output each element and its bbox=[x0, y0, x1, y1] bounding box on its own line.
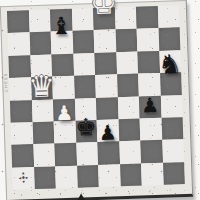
square-h8[interactable] bbox=[157, 5, 179, 28]
square-e6[interactable] bbox=[94, 52, 116, 75]
piece-black-king[interactable]: ♚ bbox=[75, 115, 97, 140]
square-f4[interactable] bbox=[117, 96, 139, 119]
square-e7[interactable] bbox=[94, 30, 116, 53]
square-h1[interactable] bbox=[163, 162, 185, 185]
square-h2[interactable] bbox=[162, 139, 184, 162]
square-a3[interactable] bbox=[11, 122, 33, 145]
square-b8[interactable] bbox=[28, 9, 50, 32]
piece-black-pawn[interactable]: ♟ bbox=[99, 123, 118, 144]
square-f8[interactable] bbox=[114, 7, 136, 30]
piece-white-pawn[interactable]: ♟ bbox=[55, 103, 74, 124]
square-e1[interactable] bbox=[98, 164, 120, 187]
square-f7[interactable] bbox=[115, 29, 137, 52]
square-c1[interactable] bbox=[55, 165, 77, 188]
square-g2[interactable] bbox=[140, 140, 162, 163]
square-d1[interactable] bbox=[77, 165, 99, 188]
square-b1[interactable] bbox=[34, 166, 56, 189]
square-g6[interactable] bbox=[137, 51, 159, 74]
square-c2[interactable] bbox=[54, 143, 76, 166]
square-a7[interactable] bbox=[8, 33, 30, 56]
square-h3[interactable] bbox=[161, 117, 183, 140]
square-g7[interactable] bbox=[137, 28, 159, 51]
corner-emblem-icon: ▴◂♦▸▾ bbox=[15, 168, 32, 187]
piece-black-pawn[interactable]: ♟ bbox=[141, 94, 160, 115]
square-d2[interactable] bbox=[76, 142, 98, 165]
square-e4[interactable] bbox=[96, 97, 118, 120]
square-g3[interactable] bbox=[140, 118, 162, 141]
square-f3[interactable] bbox=[118, 118, 140, 141]
square-f1[interactable] bbox=[120, 163, 142, 186]
chess-board: CHESS ▴◂♦▸▾ ♚♝♞♛♟♟♚♟ bbox=[0, 0, 193, 200]
square-g1[interactable] bbox=[141, 162, 163, 185]
edge-notch bbox=[77, 193, 85, 200]
square-b2[interactable] bbox=[33, 144, 55, 167]
square-b7[interactable] bbox=[29, 32, 51, 55]
border-specks bbox=[21, 195, 22, 196]
square-a2[interactable] bbox=[11, 144, 33, 167]
piece-black-bishop[interactable]: ♝ bbox=[50, 14, 72, 39]
photo-frame: CHESS ▴◂♦▸▾ ♚♝♞♛♟♟♚♟ bbox=[0, 0, 200, 200]
square-f2[interactable] bbox=[119, 141, 141, 164]
square-d5[interactable] bbox=[74, 75, 96, 98]
piece-white-queen[interactable]: ♛ bbox=[28, 71, 56, 102]
square-f5[interactable] bbox=[117, 74, 139, 97]
square-b3[interactable] bbox=[32, 121, 54, 144]
piece-black-knight[interactable]: ♞ bbox=[157, 50, 182, 78]
square-g8[interactable] bbox=[136, 6, 158, 29]
square-d7[interactable] bbox=[72, 30, 94, 53]
square-e5[interactable] bbox=[95, 74, 117, 97]
piece-white-king[interactable]: ♚ bbox=[90, 0, 118, 19]
square-f6[interactable] bbox=[116, 51, 138, 74]
square-d6[interactable] bbox=[73, 53, 95, 76]
square-h4[interactable] bbox=[160, 95, 182, 118]
square-a8[interactable] bbox=[7, 10, 29, 33]
